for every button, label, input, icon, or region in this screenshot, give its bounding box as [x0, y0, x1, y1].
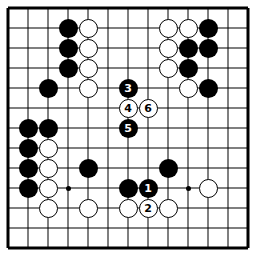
intersection-c6-r3 [98, 38, 118, 58]
intersection-c9-r13 [158, 238, 178, 258]
intersection-c10-r8 [178, 138, 198, 158]
intersection-c3-r4 [38, 58, 58, 78]
move-5-stone: 5 [119, 119, 138, 138]
white-stone [39, 159, 58, 178]
intersection-c4-r8 [58, 138, 78, 158]
intersection-c1-r4 [0, 58, 18, 78]
intersection-c4-r3 [58, 38, 78, 58]
intersection-c13-r1 [238, 0, 258, 18]
intersection-c12-r4 [218, 58, 238, 78]
intersection-c5-r1 [78, 0, 98, 18]
white-stone [79, 59, 98, 78]
black-stone [199, 39, 218, 58]
intersection-c3-r2 [38, 18, 58, 38]
intersection-c2-r5 [18, 78, 38, 98]
star-point [66, 186, 71, 191]
intersection-c11-r4 [198, 58, 218, 78]
intersection-c12-r3 [218, 38, 238, 58]
intersection-c12-r5 [218, 78, 238, 98]
intersection-c8-r4 [138, 58, 158, 78]
intersection-c9-r2 [158, 18, 178, 38]
intersection-c8-r13 [138, 238, 158, 258]
intersection-c13-r8 [238, 138, 258, 158]
intersection-c12-r9 [218, 158, 238, 178]
intersection-c10-r11 [178, 198, 198, 218]
intersection-c8-r7 [138, 118, 158, 138]
black-stone [19, 139, 38, 158]
intersection-c1-r11 [0, 198, 18, 218]
intersection-c9-r12 [158, 218, 178, 238]
intersection-c7-r12 [118, 218, 138, 238]
intersection-c11-r13 [198, 238, 218, 258]
intersection-c11-r1 [198, 0, 218, 18]
intersection-c13-r11 [238, 198, 258, 218]
intersection-c10-r3 [178, 38, 198, 58]
black-stone [159, 159, 178, 178]
intersection-c6-r1 [98, 0, 118, 18]
intersection-c1-r9 [0, 158, 18, 178]
intersection-c7-r1 [118, 0, 138, 18]
intersection-c4-r11 [58, 198, 78, 218]
black-stone [39, 79, 58, 98]
intersection-c1-r8 [0, 138, 18, 158]
intersection-c13-r13 [238, 238, 258, 258]
intersection-c4-r1 [58, 0, 78, 18]
intersection-c9-r9 [158, 158, 178, 178]
intersection-c3-r12 [38, 218, 58, 238]
white-stone [159, 19, 178, 38]
intersection-c8-r8 [138, 138, 158, 158]
intersection-c7-r11 [118, 198, 138, 218]
white-stone [179, 79, 198, 98]
intersection-c11-r11 [198, 198, 218, 218]
intersection-c2-r12 [18, 218, 38, 238]
intersection-c6-r10 [98, 178, 118, 198]
intersection-c2-r6 [18, 98, 38, 118]
intersection-c8-r10: 1 [138, 178, 158, 198]
intersection-c1-r6 [0, 98, 18, 118]
intersection-c10-r9 [178, 158, 198, 178]
intersection-c9-r7 [158, 118, 178, 138]
intersection-c3-r11 [38, 198, 58, 218]
intersection-c3-r13 [38, 238, 58, 258]
black-stone [59, 19, 78, 38]
intersection-c1-r1 [0, 0, 18, 18]
white-stone [79, 19, 98, 38]
intersection-c13-r4 [238, 58, 258, 78]
intersection-c12-r2 [218, 18, 238, 38]
intersection-c2-r9 [18, 158, 38, 178]
intersection-c5-r7 [78, 118, 98, 138]
intersection-c10-r2 [178, 18, 198, 38]
intersection-c10-r13 [178, 238, 198, 258]
intersection-c5-r9 [78, 158, 98, 178]
intersection-c7-r8 [118, 138, 138, 158]
intersection-c5-r5 [78, 78, 98, 98]
move-1-stone: 1 [139, 179, 158, 198]
intersection-c7-r13 [118, 238, 138, 258]
intersection-c8-r6: 6 [138, 98, 158, 118]
intersection-c8-r5 [138, 78, 158, 98]
intersection-c4-r12 [58, 218, 78, 238]
intersection-c2-r10 [18, 178, 38, 198]
intersection-c6-r2 [98, 18, 118, 38]
black-stone [79, 159, 98, 178]
intersection-c6-r8 [98, 138, 118, 158]
intersection-c10-r10 [178, 178, 198, 198]
intersection-c6-r13 [98, 238, 118, 258]
intersection-c3-r7 [38, 118, 58, 138]
intersection-c4-r10 [58, 178, 78, 198]
intersection-c4-r7 [58, 118, 78, 138]
white-stone [199, 179, 218, 198]
intersection-c2-r7 [18, 118, 38, 138]
intersection-c12-r1 [218, 0, 238, 18]
intersection-c11-r7 [198, 118, 218, 138]
intersection-c9-r5 [158, 78, 178, 98]
intersection-c13-r6 [238, 98, 258, 118]
black-stone [59, 39, 78, 58]
black-stone [19, 119, 38, 138]
intersection-c7-r5: 3 [118, 78, 138, 98]
star-point [186, 186, 191, 191]
intersection-c7-r4 [118, 58, 138, 78]
intersection-c11-r12 [198, 218, 218, 238]
intersection-c2-r4 [18, 58, 38, 78]
white-stone [159, 199, 178, 218]
white-stone [39, 179, 58, 198]
intersection-c3-r8 [38, 138, 58, 158]
intersection-c9-r3 [158, 38, 178, 58]
intersection-c11-r9 [198, 158, 218, 178]
intersection-c9-r1 [158, 0, 178, 18]
black-stone [119, 179, 138, 198]
intersection-c1-r12 [0, 218, 18, 238]
intersection-c7-r6: 4 [118, 98, 138, 118]
intersection-c10-r5 [178, 78, 198, 98]
intersection-c10-r1 [178, 0, 198, 18]
intersection-c11-r2 [198, 18, 218, 38]
intersection-c8-r11: 2 [138, 198, 158, 218]
intersection-c2-r11 [18, 198, 38, 218]
white-stone [79, 39, 98, 58]
intersection-c10-r12 [178, 218, 198, 238]
white-stone [179, 19, 198, 38]
intersection-c12-r6 [218, 98, 238, 118]
intersection-c6-r9 [98, 158, 118, 178]
black-stone [179, 59, 198, 78]
intersection-c11-r3 [198, 38, 218, 58]
intersection-c5-r11 [78, 198, 98, 218]
intersection-c1-r5 [0, 78, 18, 98]
intersection-c1-r13 [0, 238, 18, 258]
intersection-c5-r4 [78, 58, 98, 78]
black-stone [19, 179, 38, 198]
intersection-c9-r4 [158, 58, 178, 78]
intersection-c6-r12 [98, 218, 118, 238]
move-3-stone: 3 [119, 79, 138, 98]
move-6-stone: 6 [139, 99, 158, 118]
intersection-c13-r12 [238, 218, 258, 238]
intersection-c6-r7 [98, 118, 118, 138]
white-stone [119, 199, 138, 218]
intersection-c2-r13 [18, 238, 38, 258]
intersection-c13-r3 [238, 38, 258, 58]
move-2-stone: 2 [139, 199, 158, 218]
intersection-c4-r13 [58, 238, 78, 258]
intersection-c5-r3 [78, 38, 98, 58]
intersection-c8-r3 [138, 38, 158, 58]
black-stone [179, 39, 198, 58]
intersection-c2-r3 [18, 38, 38, 58]
intersection-c13-r7 [238, 118, 258, 138]
intersection-c2-r8 [18, 138, 38, 158]
intersection-c6-r6 [98, 98, 118, 118]
intersection-c2-r2 [18, 18, 38, 38]
intersection-c11-r10 [198, 178, 218, 198]
intersection-c11-r5 [198, 78, 218, 98]
intersection-c1-r7 [0, 118, 18, 138]
intersection-c3-r3 [38, 38, 58, 58]
intersection-c7-r7: 5 [118, 118, 138, 138]
intersection-c5-r10 [78, 178, 98, 198]
intersection-c4-r5 [58, 78, 78, 98]
intersection-c12-r8 [218, 138, 238, 158]
intersection-c10-r6 [178, 98, 198, 118]
black-stone [19, 159, 38, 178]
intersection-c3-r6 [38, 98, 58, 118]
intersection-c7-r9 [118, 158, 138, 178]
intersection-c1-r2 [0, 18, 18, 38]
intersection-c12-r11 [218, 198, 238, 218]
intersection-c5-r2 [78, 18, 98, 38]
intersection-c6-r4 [98, 58, 118, 78]
intersection-c9-r11 [158, 198, 178, 218]
intersection-c13-r5 [238, 78, 258, 98]
intersection-c9-r10 [158, 178, 178, 198]
intersection-c7-r3 [118, 38, 138, 58]
intersection-c11-r6 [198, 98, 218, 118]
intersection-c7-r10 [118, 178, 138, 198]
go-diagram: 346512 [0, 0, 260, 260]
black-stone [59, 59, 78, 78]
black-stone [39, 119, 58, 138]
intersection-c3-r10 [38, 178, 58, 198]
intersection-c5-r6 [78, 98, 98, 118]
intersection-c7-r2 [118, 18, 138, 38]
intersection-c8-r9 [138, 158, 158, 178]
intersection-c4-r4 [58, 58, 78, 78]
intersection-c5-r13 [78, 238, 98, 258]
intersection-c8-r1 [138, 0, 158, 18]
intersection-c5-r8 [78, 138, 98, 158]
white-stone [39, 199, 58, 218]
white-stone [39, 139, 58, 158]
intersection-c9-r8 [158, 138, 178, 158]
intersection-c10-r4 [178, 58, 198, 78]
intersection-c10-r7 [178, 118, 198, 138]
intersection-c3-r1 [38, 0, 58, 18]
black-stone [199, 79, 218, 98]
intersection-c12-r12 [218, 218, 238, 238]
intersection-c12-r10 [218, 178, 238, 198]
intersection-c1-r10 [0, 178, 18, 198]
intersection-c4-r9 [58, 158, 78, 178]
intersection-c12-r7 [218, 118, 238, 138]
intersection-c5-r12 [78, 218, 98, 238]
intersection-c9-r6 [158, 98, 178, 118]
intersection-c8-r12 [138, 218, 158, 238]
intersection-c4-r2 [58, 18, 78, 38]
intersection-c11-r8 [198, 138, 218, 158]
move-4-stone: 4 [119, 99, 138, 118]
black-stone [199, 19, 218, 38]
intersection-c13-r10 [238, 178, 258, 198]
white-stone [79, 79, 98, 98]
intersection-c3-r9 [38, 158, 58, 178]
intersection-c13-r2 [238, 18, 258, 38]
intersection-c12-r13 [218, 238, 238, 258]
intersection-c1-r3 [0, 38, 18, 58]
intersection-c3-r5 [38, 78, 58, 98]
intersection-c13-r9 [238, 158, 258, 178]
go-board-grid: 346512 [0, 0, 258, 258]
intersection-c8-r2 [138, 18, 158, 38]
intersection-c2-r1 [18, 0, 38, 18]
white-stone [79, 199, 98, 218]
white-stone [159, 59, 178, 78]
intersection-c6-r5 [98, 78, 118, 98]
intersection-c6-r11 [98, 198, 118, 218]
intersection-c4-r6 [58, 98, 78, 118]
white-stone [159, 39, 178, 58]
